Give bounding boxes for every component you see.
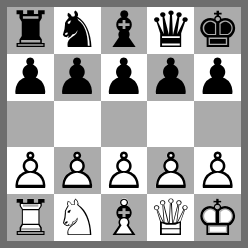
white-queen-piece-outline: ♕ xyxy=(147,194,194,241)
white-pawn-piece-outline: ♙ xyxy=(147,147,194,194)
square-a5[interactable]: ♜ xyxy=(7,7,54,54)
black-pawn-piece: ♟ xyxy=(194,54,241,101)
square-c2[interactable]: ♟♙ xyxy=(101,147,148,194)
white-knight-piece: ♞♘ xyxy=(54,194,101,241)
square-b3[interactable] xyxy=(54,101,101,148)
square-a2[interactable]: ♟♙ xyxy=(7,147,54,194)
white-pawn-piece-outline: ♙ xyxy=(54,147,101,194)
square-d1[interactable]: ♛♕ xyxy=(147,194,194,241)
square-d3[interactable] xyxy=(147,101,194,148)
square-d4[interactable]: ♟ xyxy=(147,54,194,101)
square-a3[interactable] xyxy=(7,101,54,148)
black-bishop-piece: ♝ xyxy=(101,7,148,54)
white-pawn-piece-outline: ♙ xyxy=(7,147,54,194)
white-pawn-piece: ♟♙ xyxy=(194,147,241,194)
black-pawn-piece: ♟ xyxy=(7,54,54,101)
white-queen-piece: ♛♕ xyxy=(147,194,194,241)
square-b5[interactable]: ♞ xyxy=(54,7,101,54)
square-c3[interactable] xyxy=(101,101,148,148)
white-rook-piece-outline: ♖ xyxy=(7,194,54,241)
board-frame: ♜♞♝♛♚♟♟♟♟♟♟♙♟♙♟♙♟♙♟♙♜♖♞♘♝♗♛♕♚♔ xyxy=(0,0,248,248)
square-a4[interactable]: ♟ xyxy=(7,54,54,101)
square-e1[interactable]: ♚♔ xyxy=(194,194,241,241)
square-b4[interactable]: ♟ xyxy=(54,54,101,101)
white-rook-piece: ♜♖ xyxy=(7,194,54,241)
white-king-piece: ♚♔ xyxy=(194,194,241,241)
square-b2[interactable]: ♟♙ xyxy=(54,147,101,194)
white-pawn-piece: ♟♙ xyxy=(54,147,101,194)
black-queen-piece: ♛ xyxy=(147,7,194,54)
square-d5[interactable]: ♛ xyxy=(147,7,194,54)
square-e2[interactable]: ♟♙ xyxy=(194,147,241,194)
square-e5[interactable]: ♚ xyxy=(194,7,241,54)
white-knight-piece-outline: ♘ xyxy=(54,194,101,241)
chess-board: ♜♞♝♛♚♟♟♟♟♟♟♙♟♙♟♙♟♙♟♙♜♖♞♘♝♗♛♕♚♔ xyxy=(7,7,241,241)
white-pawn-piece: ♟♙ xyxy=(7,147,54,194)
black-pawn-piece: ♟ xyxy=(147,54,194,101)
square-c1[interactable]: ♝♗ xyxy=(101,194,148,241)
square-a1[interactable]: ♜♖ xyxy=(7,194,54,241)
square-c5[interactable]: ♝ xyxy=(101,7,148,54)
white-pawn-piece-outline: ♙ xyxy=(101,147,148,194)
white-king-piece-outline: ♔ xyxy=(194,194,241,241)
black-pawn-piece: ♟ xyxy=(101,54,148,101)
black-rook-piece: ♜ xyxy=(7,7,54,54)
square-b1[interactable]: ♞♘ xyxy=(54,194,101,241)
white-pawn-piece: ♟♙ xyxy=(147,147,194,194)
black-knight-piece: ♞ xyxy=(54,7,101,54)
black-king-piece: ♚ xyxy=(194,7,241,54)
square-e3[interactable] xyxy=(194,101,241,148)
white-bishop-piece: ♝♗ xyxy=(101,194,148,241)
white-pawn-piece: ♟♙ xyxy=(101,147,148,194)
square-e4[interactable]: ♟ xyxy=(194,54,241,101)
white-bishop-piece-outline: ♗ xyxy=(101,194,148,241)
square-d2[interactable]: ♟♙ xyxy=(147,147,194,194)
white-pawn-piece-outline: ♙ xyxy=(194,147,241,194)
square-c4[interactable]: ♟ xyxy=(101,54,148,101)
black-pawn-piece: ♟ xyxy=(54,54,101,101)
